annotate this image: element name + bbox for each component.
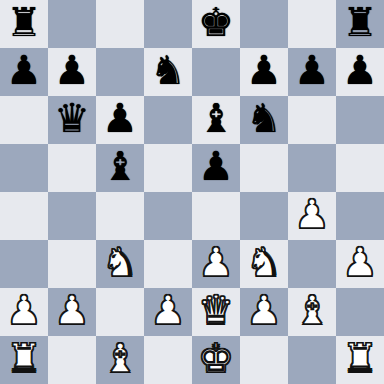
square-h1[interactable]: ♜ (336, 336, 384, 384)
square-b4[interactable] (48, 192, 96, 240)
piece-black-bishop[interactable]: ♝ (102, 142, 138, 190)
piece-white-pawn[interactable]: ♟ (294, 190, 330, 238)
square-g5[interactable] (288, 144, 336, 192)
piece-white-pawn[interactable]: ♟ (150, 286, 186, 334)
square-e5[interactable]: ♟ (192, 144, 240, 192)
square-c8[interactable] (96, 0, 144, 48)
square-c4[interactable] (96, 192, 144, 240)
piece-black-pawn[interactable]: ♟ (294, 46, 330, 94)
square-h4[interactable] (336, 192, 384, 240)
piece-black-knight[interactable]: ♞ (150, 46, 186, 94)
piece-black-rook[interactable]: ♜ (6, 0, 42, 46)
piece-white-pawn[interactable]: ♟ (246, 286, 282, 334)
square-c5[interactable]: ♝ (96, 144, 144, 192)
piece-white-pawn[interactable]: ♟ (54, 286, 90, 334)
square-a6[interactable] (0, 96, 48, 144)
piece-white-pawn[interactable]: ♟ (6, 286, 42, 334)
square-h3[interactable]: ♟ (336, 240, 384, 288)
square-c7[interactable] (96, 48, 144, 96)
square-e6[interactable]: ♝ (192, 96, 240, 144)
square-a3[interactable] (0, 240, 48, 288)
square-d5[interactable] (144, 144, 192, 192)
square-f8[interactable] (240, 0, 288, 48)
square-c6[interactable]: ♟ (96, 96, 144, 144)
square-d2[interactable]: ♟ (144, 288, 192, 336)
piece-white-knight[interactable]: ♞ (246, 238, 282, 286)
square-a7[interactable]: ♟ (0, 48, 48, 96)
square-d3[interactable] (144, 240, 192, 288)
square-e7[interactable] (192, 48, 240, 96)
square-b8[interactable] (48, 0, 96, 48)
square-g7[interactable]: ♟ (288, 48, 336, 96)
square-e1[interactable]: ♚ (192, 336, 240, 384)
piece-white-pawn[interactable]: ♟ (342, 238, 378, 286)
piece-black-bishop[interactable]: ♝ (198, 94, 234, 142)
chess-board: ♜♚♜♟♟♞♟♟♟♛♟♝♞♝♟♟♞♟♞♟♟♟♟♛♟♝♜♝♚♜ (0, 0, 384, 384)
square-d6[interactable] (144, 96, 192, 144)
square-g3[interactable] (288, 240, 336, 288)
piece-black-pawn[interactable]: ♟ (342, 46, 378, 94)
square-f1[interactable] (240, 336, 288, 384)
piece-white-pawn[interactable]: ♟ (198, 238, 234, 286)
square-b3[interactable] (48, 240, 96, 288)
square-c2[interactable] (96, 288, 144, 336)
square-f3[interactable]: ♞ (240, 240, 288, 288)
square-h5[interactable] (336, 144, 384, 192)
square-a2[interactable]: ♟ (0, 288, 48, 336)
square-e2[interactable]: ♛ (192, 288, 240, 336)
piece-white-rook[interactable]: ♜ (6, 334, 42, 382)
square-g4[interactable]: ♟ (288, 192, 336, 240)
square-e4[interactable] (192, 192, 240, 240)
piece-black-pawn[interactable]: ♟ (6, 46, 42, 94)
square-g6[interactable] (288, 96, 336, 144)
piece-black-pawn[interactable]: ♟ (198, 142, 234, 190)
piece-black-pawn[interactable]: ♟ (102, 94, 138, 142)
square-a1[interactable]: ♜ (0, 336, 48, 384)
square-g1[interactable] (288, 336, 336, 384)
square-b7[interactable]: ♟ (48, 48, 96, 96)
square-f7[interactable]: ♟ (240, 48, 288, 96)
square-b5[interactable] (48, 144, 96, 192)
square-g8[interactable] (288, 0, 336, 48)
piece-white-queen[interactable]: ♛ (198, 286, 234, 334)
piece-black-queen[interactable]: ♛ (54, 94, 90, 142)
square-c3[interactable]: ♞ (96, 240, 144, 288)
square-d1[interactable] (144, 336, 192, 384)
square-h8[interactable]: ♜ (336, 0, 384, 48)
piece-black-pawn[interactable]: ♟ (246, 46, 282, 94)
square-d8[interactable] (144, 0, 192, 48)
square-d4[interactable] (144, 192, 192, 240)
square-f2[interactable]: ♟ (240, 288, 288, 336)
piece-black-king[interactable]: ♚ (198, 0, 234, 46)
square-h2[interactable] (336, 288, 384, 336)
piece-white-king[interactable]: ♚ (198, 334, 234, 382)
square-h7[interactable]: ♟ (336, 48, 384, 96)
square-a8[interactable]: ♜ (0, 0, 48, 48)
piece-black-knight[interactable]: ♞ (246, 94, 282, 142)
square-d7[interactable]: ♞ (144, 48, 192, 96)
square-e3[interactable]: ♟ (192, 240, 240, 288)
piece-black-rook[interactable]: ♜ (342, 0, 378, 46)
square-c1[interactable]: ♝ (96, 336, 144, 384)
square-a5[interactable] (0, 144, 48, 192)
square-e8[interactable]: ♚ (192, 0, 240, 48)
piece-white-bishop[interactable]: ♝ (294, 286, 330, 334)
square-f6[interactable]: ♞ (240, 96, 288, 144)
square-b2[interactable]: ♟ (48, 288, 96, 336)
piece-white-rook[interactable]: ♜ (342, 334, 378, 382)
square-b6[interactable]: ♛ (48, 96, 96, 144)
piece-black-pawn[interactable]: ♟ (54, 46, 90, 94)
piece-white-bishop[interactable]: ♝ (102, 334, 138, 382)
square-f4[interactable] (240, 192, 288, 240)
square-a4[interactable] (0, 192, 48, 240)
square-h6[interactable] (336, 96, 384, 144)
square-b1[interactable] (48, 336, 96, 384)
square-f5[interactable] (240, 144, 288, 192)
piece-white-knight[interactable]: ♞ (102, 238, 138, 286)
square-g2[interactable]: ♝ (288, 288, 336, 336)
